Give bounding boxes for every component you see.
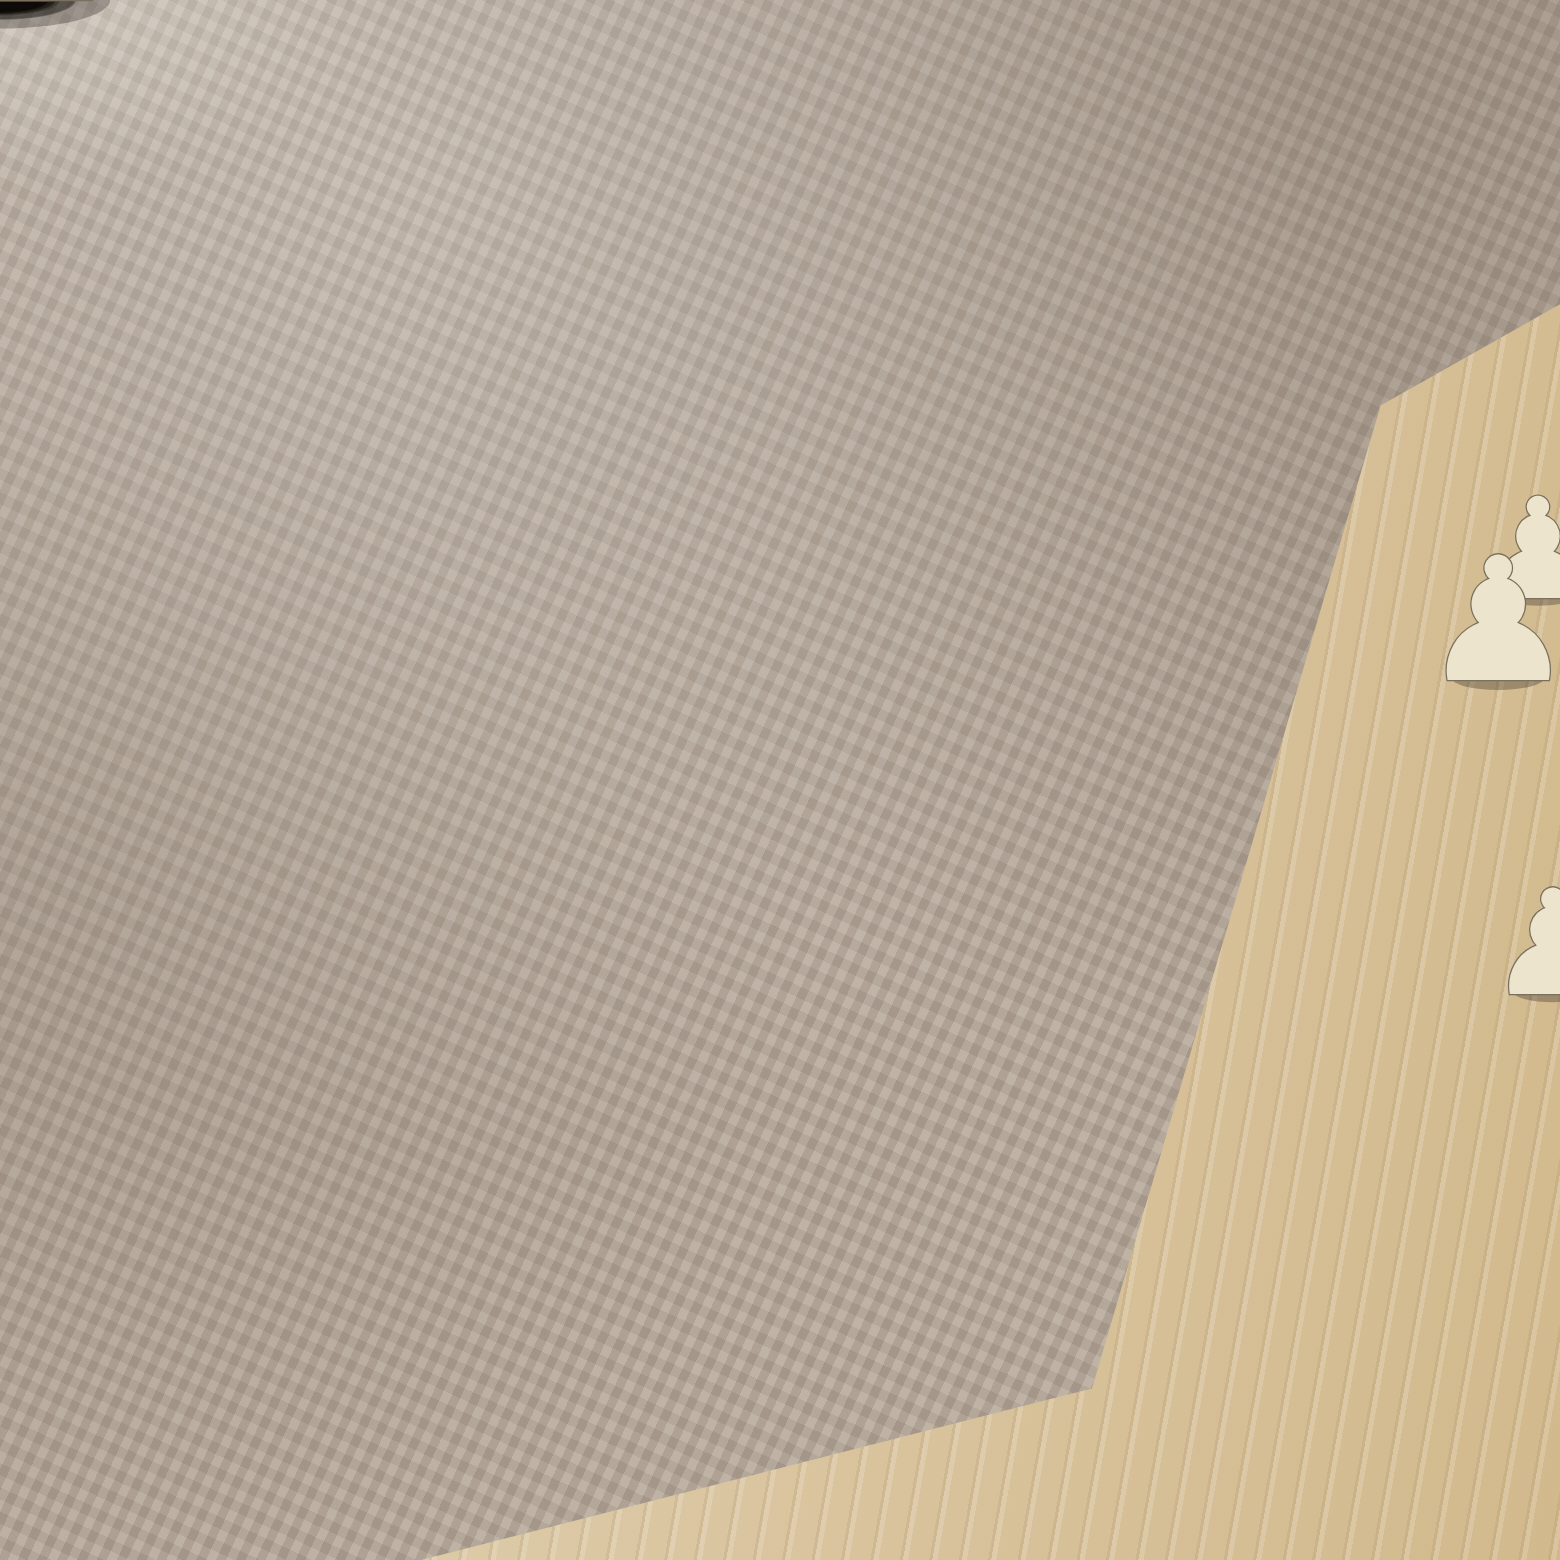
board-svg: bcdefghabcdefgh876543216543♜♞♞♝♝♛♜♟♟♚♟♟♟… (0, 0, 1560, 1560)
chess-photo-scene: bcdefghabcdefgh876543216543♜♞♞♝♝♛♜♟♟♚♟♟♟… (0, 0, 1560, 1560)
offboard-white-pawn-2: ♟ (1421, 520, 1560, 721)
piece-white-king-b1: ♚ (0, 0, 183, 96)
offboard-white-pawn-3: ♟ (1488, 858, 1560, 1028)
